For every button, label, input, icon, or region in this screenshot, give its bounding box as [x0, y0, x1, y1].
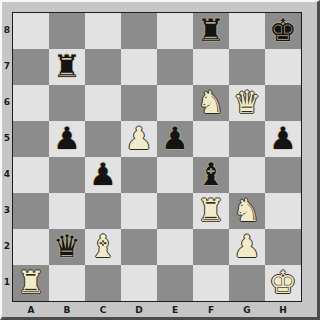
square-e4[interactable] [157, 157, 193, 193]
square-b2[interactable]: ♛ [49, 229, 85, 265]
square-b1[interactable] [49, 265, 85, 301]
white-king-h1[interactable]: ♚ [265, 265, 301, 301]
square-b4[interactable] [49, 157, 85, 193]
square-h4[interactable] [265, 157, 301, 193]
square-g1[interactable] [229, 265, 265, 301]
square-d4[interactable] [121, 157, 157, 193]
black-bishop-f4[interactable]: ♝ [193, 157, 229, 193]
square-e1[interactable] [157, 265, 193, 301]
square-f3[interactable]: ♜ [193, 193, 229, 229]
white-bishop-c2[interactable]: ♝ [85, 229, 121, 265]
black-pawn-h5[interactable]: ♟ [265, 121, 301, 157]
square-a8[interactable] [13, 13, 49, 49]
square-b3[interactable] [49, 193, 85, 229]
rank-label-2: 2 [2, 228, 12, 264]
rank-label-1: 1 [2, 264, 12, 300]
white-knight-g3[interactable]: ♞ [229, 193, 265, 229]
file-label-e: E [157, 303, 193, 317]
square-g7[interactable] [229, 49, 265, 85]
white-queen-g6[interactable]: ♛ [229, 85, 265, 121]
white-rook-a1[interactable]: ♜ [13, 265, 49, 301]
file-label-a: A [13, 303, 49, 317]
square-f4[interactable]: ♝ [193, 157, 229, 193]
square-a1[interactable]: ♜ [13, 265, 49, 301]
square-d6[interactable] [121, 85, 157, 121]
square-h6[interactable] [265, 85, 301, 121]
square-c7[interactable] [85, 49, 121, 85]
square-c6[interactable] [85, 85, 121, 121]
file-label-c: C [85, 303, 121, 317]
white-knight-f6[interactable]: ♞ [193, 85, 229, 121]
rank-label-8: 8 [2, 12, 12, 48]
square-a2[interactable] [13, 229, 49, 265]
black-queen-b2[interactable]: ♛ [49, 229, 85, 265]
square-h5[interactable]: ♟ [265, 121, 301, 157]
black-pawn-e5[interactable]: ♟ [157, 121, 193, 157]
white-pawn-d5[interactable]: ♟ [121, 121, 157, 157]
file-label-g: G [229, 303, 265, 317]
square-b6[interactable] [49, 85, 85, 121]
square-h3[interactable] [265, 193, 301, 229]
square-a4[interactable] [13, 157, 49, 193]
square-d8[interactable] [121, 13, 157, 49]
square-g2[interactable]: ♟ [229, 229, 265, 265]
square-e5[interactable]: ♟ [157, 121, 193, 157]
black-pawn-b5[interactable]: ♟ [49, 121, 85, 157]
square-c3[interactable] [85, 193, 121, 229]
square-h7[interactable] [265, 49, 301, 85]
square-c4[interactable]: ♟ [85, 157, 121, 193]
rank-label-5: 5 [2, 120, 12, 156]
black-rook-b7[interactable]: ♜ [49, 49, 85, 85]
square-f7[interactable] [193, 49, 229, 85]
square-a7[interactable] [13, 49, 49, 85]
rank-label-7: 7 [2, 48, 12, 84]
square-f8[interactable]: ♜ [193, 13, 229, 49]
white-pawn-g2[interactable]: ♟ [229, 229, 265, 265]
white-rook-f3[interactable]: ♜ [193, 193, 229, 229]
square-e7[interactable] [157, 49, 193, 85]
black-pawn-c4[interactable]: ♟ [85, 157, 121, 193]
file-label-f: F [193, 303, 229, 317]
square-f2[interactable] [193, 229, 229, 265]
square-a3[interactable] [13, 193, 49, 229]
file-label-h: H [265, 303, 301, 317]
square-c1[interactable] [85, 265, 121, 301]
square-d3[interactable] [121, 193, 157, 229]
square-a6[interactable] [13, 85, 49, 121]
square-e8[interactable] [157, 13, 193, 49]
square-g6[interactable]: ♛ [229, 85, 265, 121]
rank-label-3: 3 [2, 192, 12, 228]
black-rook-f8[interactable]: ♜ [193, 13, 229, 49]
square-a5[interactable] [13, 121, 49, 157]
square-g8[interactable] [229, 13, 265, 49]
square-d2[interactable] [121, 229, 157, 265]
rank-label-4: 4 [2, 156, 12, 192]
square-b8[interactable] [49, 13, 85, 49]
square-d1[interactable] [121, 265, 157, 301]
square-e3[interactable] [157, 193, 193, 229]
square-h8[interactable]: ♚ [265, 13, 301, 49]
square-h2[interactable] [265, 229, 301, 265]
square-g3[interactable]: ♞ [229, 193, 265, 229]
square-e6[interactable] [157, 85, 193, 121]
square-b7[interactable]: ♜ [49, 49, 85, 85]
square-h1[interactable]: ♚ [265, 265, 301, 301]
file-label-b: B [49, 303, 85, 317]
square-g5[interactable] [229, 121, 265, 157]
chess-board: ♜♚♜♞♛♟♟♟♟♟♝♜♞♛♝♟♜♚ [12, 12, 302, 302]
square-f1[interactable] [193, 265, 229, 301]
rank-label-6: 6 [2, 84, 12, 120]
square-f5[interactable] [193, 121, 229, 157]
square-b5[interactable]: ♟ [49, 121, 85, 157]
square-e2[interactable] [157, 229, 193, 265]
black-king-h8[interactable]: ♚ [265, 13, 301, 49]
square-d5[interactable]: ♟ [121, 121, 157, 157]
square-f6[interactable]: ♞ [193, 85, 229, 121]
square-c5[interactable] [85, 121, 121, 157]
square-d7[interactable] [121, 49, 157, 85]
file-label-d: D [121, 303, 157, 317]
board-frame: ♜♚♜♞♛♟♟♟♟♟♝♜♞♛♝♟♜♚ 87654321 ABCDEFGH [0, 0, 320, 320]
square-c2[interactable]: ♝ [85, 229, 121, 265]
square-c8[interactable] [85, 13, 121, 49]
square-g4[interactable] [229, 157, 265, 193]
